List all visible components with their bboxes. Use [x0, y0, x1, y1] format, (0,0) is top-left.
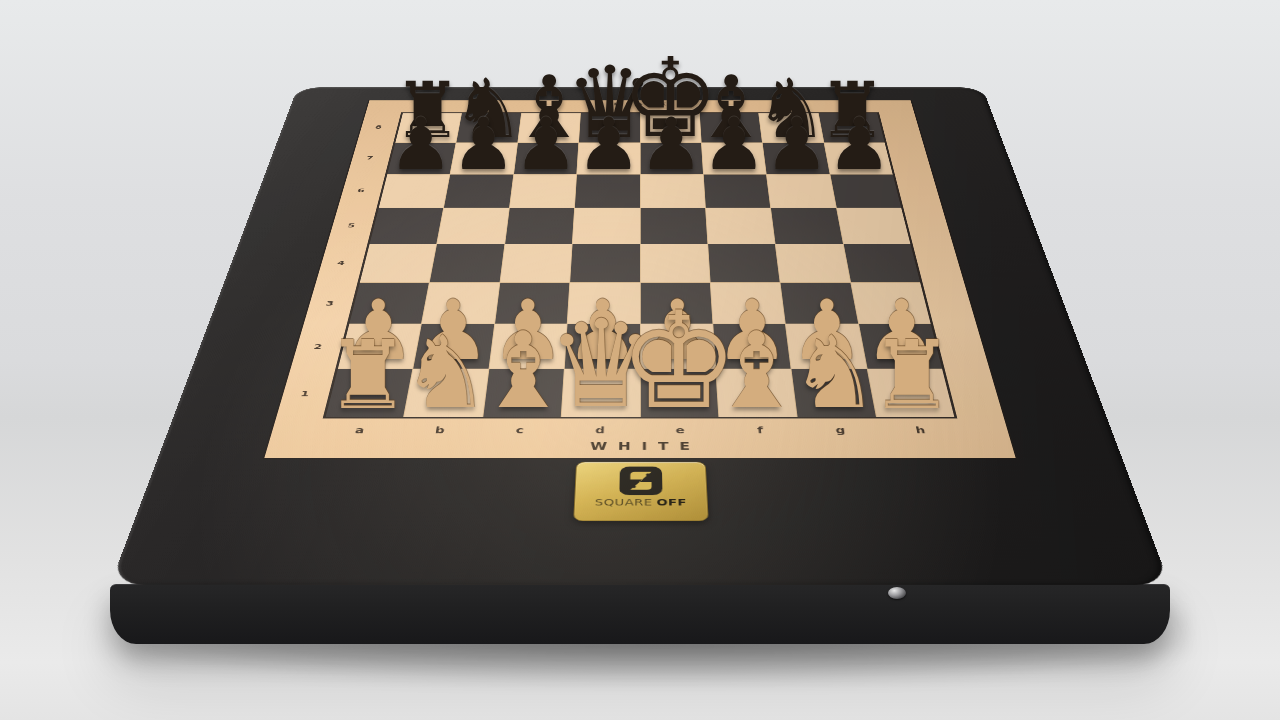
square-a6[interactable]	[379, 174, 450, 207]
square-f7[interactable]	[702, 143, 767, 174]
file-label-d: d	[559, 425, 640, 440]
square-e2[interactable]	[640, 324, 715, 368]
square-f6[interactable]	[704, 174, 771, 207]
square-c1[interactable]	[483, 369, 564, 417]
square-e4[interactable]	[640, 244, 709, 282]
white-side-label: WHITE	[160, 440, 1120, 452]
square-g3[interactable]	[781, 283, 858, 324]
square-h3[interactable]	[851, 283, 931, 324]
square-h6[interactable]	[830, 174, 901, 207]
square-f1[interactable]	[716, 369, 797, 417]
square-d7[interactable]	[577, 143, 640, 174]
square-c2[interactable]	[489, 324, 567, 368]
file-label-b: b	[398, 425, 481, 440]
square-e3[interactable]	[640, 283, 712, 324]
square-a7[interactable]	[387, 143, 455, 174]
square-b8[interactable]	[457, 113, 521, 142]
square-b3[interactable]	[422, 283, 499, 324]
square-a5[interactable]	[370, 208, 444, 244]
square-c8[interactable]	[518, 113, 580, 142]
square-d8[interactable]	[579, 113, 640, 142]
square-d3[interactable]	[568, 283, 640, 324]
square-g5[interactable]	[771, 208, 842, 244]
file-label-a: a	[317, 425, 401, 440]
square-d1[interactable]	[562, 369, 640, 417]
square-g7[interactable]	[763, 143, 830, 174]
file-label-e: e	[640, 425, 721, 440]
square-b2[interactable]	[414, 324, 494, 368]
square-a2[interactable]	[338, 324, 421, 368]
square-h8[interactable]	[818, 113, 884, 142]
square-c6[interactable]	[510, 174, 577, 207]
square-e1[interactable]	[640, 369, 718, 417]
square-h2[interactable]	[859, 324, 942, 368]
square-f2[interactable]	[713, 324, 791, 368]
square-e8[interactable]	[640, 113, 701, 142]
square-g1[interactable]	[792, 369, 876, 417]
square-h5[interactable]	[837, 208, 911, 244]
square-g2[interactable]	[786, 324, 866, 368]
square-e5[interactable]	[640, 208, 707, 244]
square-f3[interactable]	[711, 283, 786, 324]
square-f8[interactable]	[700, 113, 762, 142]
plaque-word-square: SQUARE	[595, 497, 653, 507]
square-c3[interactable]	[495, 283, 570, 324]
square-b6[interactable]	[444, 174, 513, 207]
board-top-surface: abcdefgh 87654321 BLACK WHITE SQUAREOFF	[110, 87, 1170, 585]
brand-plaque: SQUAREOFF	[573, 462, 709, 521]
square-f5[interactable]	[706, 208, 775, 244]
square-a1[interactable]	[326, 369, 413, 417]
square-b5[interactable]	[437, 208, 508, 244]
square-b1[interactable]	[404, 369, 488, 417]
square-e7[interactable]	[640, 143, 703, 174]
file-labels: abcdefgh	[317, 425, 963, 440]
file-label-f: f	[720, 425, 802, 440]
square-b4[interactable]	[430, 244, 504, 282]
knight-logo-icon	[619, 467, 662, 496]
square-a4[interactable]	[360, 244, 437, 282]
square-g4[interactable]	[776, 244, 850, 282]
square-f4[interactable]	[708, 244, 780, 282]
board-front-face	[110, 584, 1170, 644]
square-g8[interactable]	[759, 113, 823, 142]
square-d6[interactable]	[575, 174, 640, 207]
square-e6[interactable]	[640, 174, 705, 207]
product-photo-scene: abcdefgh 87654321 BLACK WHITE SQUAREOFF …	[0, 0, 1280, 720]
black-side-label: BLACK	[291, 102, 990, 107]
power-button[interactable]	[888, 587, 906, 599]
file-label-g: g	[800, 425, 883, 440]
square-d2[interactable]	[565, 324, 640, 368]
square-h7[interactable]	[824, 143, 892, 174]
square-a8[interactable]	[395, 113, 461, 142]
square-c4[interactable]	[500, 244, 572, 282]
square-d5[interactable]	[573, 208, 640, 244]
square-a3[interactable]	[349, 283, 429, 324]
file-label-c: c	[479, 425, 561, 440]
plaque-word-off: OFF	[656, 497, 687, 507]
square-c5[interactable]	[505, 208, 574, 244]
square-h1[interactable]	[867, 369, 954, 417]
square-h4[interactable]	[843, 244, 920, 282]
square-b7[interactable]	[451, 143, 518, 174]
square-g6[interactable]	[767, 174, 836, 207]
file-label-h: h	[879, 425, 963, 440]
chessboard-grid	[323, 112, 958, 418]
square-c7[interactable]	[514, 143, 579, 174]
square-d4[interactable]	[570, 244, 639, 282]
plaque-text: SQUAREOFF	[595, 497, 687, 507]
